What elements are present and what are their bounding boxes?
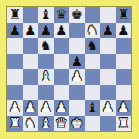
piece-white-queen[interactable]: ♛ bbox=[55, 116, 67, 131]
square-h3[interactable] bbox=[116, 85, 132, 101]
square-b3[interactable] bbox=[23, 85, 39, 101]
piece-white-pawn[interactable]: ♟ bbox=[24, 100, 36, 115]
square-c8[interactable]: ♝ bbox=[38, 7, 54, 23]
square-a1[interactable]: ♜ bbox=[7, 116, 23, 132]
square-f5[interactable] bbox=[85, 54, 101, 70]
square-g1[interactable] bbox=[100, 116, 116, 132]
piece-white-bishop[interactable]: ♝ bbox=[40, 69, 52, 84]
square-g2[interactable]: ♟ bbox=[100, 100, 116, 116]
square-c5[interactable] bbox=[38, 54, 54, 70]
square-f7[interactable]: ♞ bbox=[85, 23, 101, 39]
square-e7[interactable] bbox=[69, 23, 85, 39]
piece-black-pawn[interactable]: ♟ bbox=[117, 23, 129, 38]
piece-black-pawn[interactable]: ♟ bbox=[9, 23, 21, 38]
square-f2[interactable]: ♝ bbox=[85, 100, 101, 116]
piece-white-rook[interactable]: ♜ bbox=[9, 116, 21, 131]
piece-black-knight[interactable]: ♞ bbox=[86, 38, 98, 53]
square-e4[interactable]: ♟ bbox=[69, 69, 85, 85]
piece-black-king[interactable]: ♚ bbox=[71, 7, 83, 22]
piece-black-pawn[interactable]: ♟ bbox=[102, 23, 114, 38]
board-frame: ♜♝♛♚♜♟♟♟♟♞♟♟♞♞♟♝♟♟♟♟♟♝♟♟♜♞♝♛♚♜ bbox=[0, 0, 139, 139]
square-b7[interactable]: ♟ bbox=[23, 23, 39, 39]
square-c6[interactable]: ♞ bbox=[38, 38, 54, 54]
square-a8[interactable]: ♜ bbox=[7, 7, 23, 23]
square-b1[interactable]: ♞ bbox=[23, 116, 39, 132]
square-c7[interactable]: ♟ bbox=[38, 23, 54, 39]
piece-white-pawn[interactable]: ♟ bbox=[71, 69, 83, 84]
square-a7[interactable]: ♟ bbox=[7, 23, 23, 39]
square-a3[interactable] bbox=[7, 85, 23, 101]
square-g5[interactable] bbox=[100, 54, 116, 70]
piece-black-pawn[interactable]: ♟ bbox=[24, 23, 36, 38]
square-h8[interactable]: ♜ bbox=[116, 7, 132, 23]
square-g6[interactable] bbox=[100, 38, 116, 54]
square-f1[interactable] bbox=[85, 116, 101, 132]
square-d8[interactable]: ♛ bbox=[54, 7, 70, 23]
square-h5[interactable] bbox=[116, 54, 132, 70]
square-h6[interactable] bbox=[116, 38, 132, 54]
piece-black-rook[interactable]: ♜ bbox=[117, 7, 129, 22]
square-b4[interactable] bbox=[23, 69, 39, 85]
piece-black-pawn[interactable]: ♟ bbox=[55, 23, 67, 38]
square-h2[interactable]: ♟ bbox=[116, 100, 132, 116]
piece-black-bishop[interactable]: ♝ bbox=[86, 100, 98, 115]
square-e1[interactable]: ♚ bbox=[69, 116, 85, 132]
square-d1[interactable]: ♛ bbox=[54, 116, 70, 132]
chess-board: ♜♝♛♚♜♟♟♟♟♞♟♟♞♞♟♝♟♟♟♟♟♝♟♟♜♞♝♛♚♜ bbox=[6, 6, 132, 132]
square-h1[interactable]: ♜ bbox=[116, 116, 132, 132]
piece-white-pawn[interactable]: ♟ bbox=[117, 100, 129, 115]
piece-black-pawn[interactable]: ♟ bbox=[71, 54, 83, 69]
square-a6[interactable] bbox=[7, 38, 23, 54]
square-b8[interactable] bbox=[23, 7, 39, 23]
square-g7[interactable]: ♟ bbox=[100, 23, 116, 39]
square-b6[interactable] bbox=[23, 38, 39, 54]
piece-white-knight[interactable]: ♞ bbox=[86, 23, 98, 38]
square-d7[interactable]: ♟ bbox=[54, 23, 70, 39]
square-c4[interactable]: ♝ bbox=[38, 69, 54, 85]
square-e2[interactable] bbox=[69, 100, 85, 116]
square-e3[interactable] bbox=[69, 85, 85, 101]
piece-black-pawn[interactable]: ♟ bbox=[40, 23, 52, 38]
square-a5[interactable] bbox=[7, 54, 23, 70]
square-b5[interactable] bbox=[23, 54, 39, 70]
piece-white-pawn[interactable]: ♟ bbox=[102, 100, 114, 115]
piece-white-pawn[interactable]: ♟ bbox=[40, 100, 52, 115]
square-a4[interactable] bbox=[7, 69, 23, 85]
square-b2[interactable]: ♟ bbox=[23, 100, 39, 116]
square-c3[interactable] bbox=[38, 85, 54, 101]
piece-black-bishop[interactable]: ♝ bbox=[40, 7, 52, 22]
piece-white-knight[interactable]: ♞ bbox=[24, 116, 36, 131]
square-d3[interactable] bbox=[54, 85, 70, 101]
square-d4[interactable] bbox=[54, 69, 70, 85]
square-c2[interactable]: ♟ bbox=[38, 100, 54, 116]
square-f8[interactable] bbox=[85, 7, 101, 23]
square-f3[interactable] bbox=[85, 85, 101, 101]
square-a2[interactable]: ♟ bbox=[7, 100, 23, 116]
piece-white-king[interactable]: ♚ bbox=[71, 116, 83, 131]
piece-white-bishop[interactable]: ♝ bbox=[40, 116, 52, 131]
square-e5[interactable]: ♟ bbox=[69, 54, 85, 70]
piece-black-knight[interactable]: ♞ bbox=[40, 38, 52, 53]
square-g8[interactable] bbox=[100, 7, 116, 23]
square-f6[interactable]: ♞ bbox=[85, 38, 101, 54]
piece-white-pawn[interactable]: ♟ bbox=[55, 100, 67, 115]
square-g3[interactable] bbox=[100, 85, 116, 101]
piece-white-pawn[interactable]: ♟ bbox=[9, 100, 21, 115]
square-e6[interactable] bbox=[69, 38, 85, 54]
square-h7[interactable]: ♟ bbox=[116, 23, 132, 39]
square-g4[interactable] bbox=[100, 69, 116, 85]
square-e8[interactable]: ♚ bbox=[69, 7, 85, 23]
square-d5[interactable] bbox=[54, 54, 70, 70]
square-d6[interactable] bbox=[54, 38, 70, 54]
square-f4[interactable] bbox=[85, 69, 101, 85]
piece-white-rook[interactable]: ♜ bbox=[117, 116, 129, 131]
piece-black-queen[interactable]: ♛ bbox=[55, 7, 67, 22]
square-h4[interactable] bbox=[116, 69, 132, 85]
square-c1[interactable]: ♝ bbox=[38, 116, 54, 132]
piece-black-rook[interactable]: ♜ bbox=[9, 7, 21, 22]
square-d2[interactable]: ♟ bbox=[54, 100, 70, 116]
